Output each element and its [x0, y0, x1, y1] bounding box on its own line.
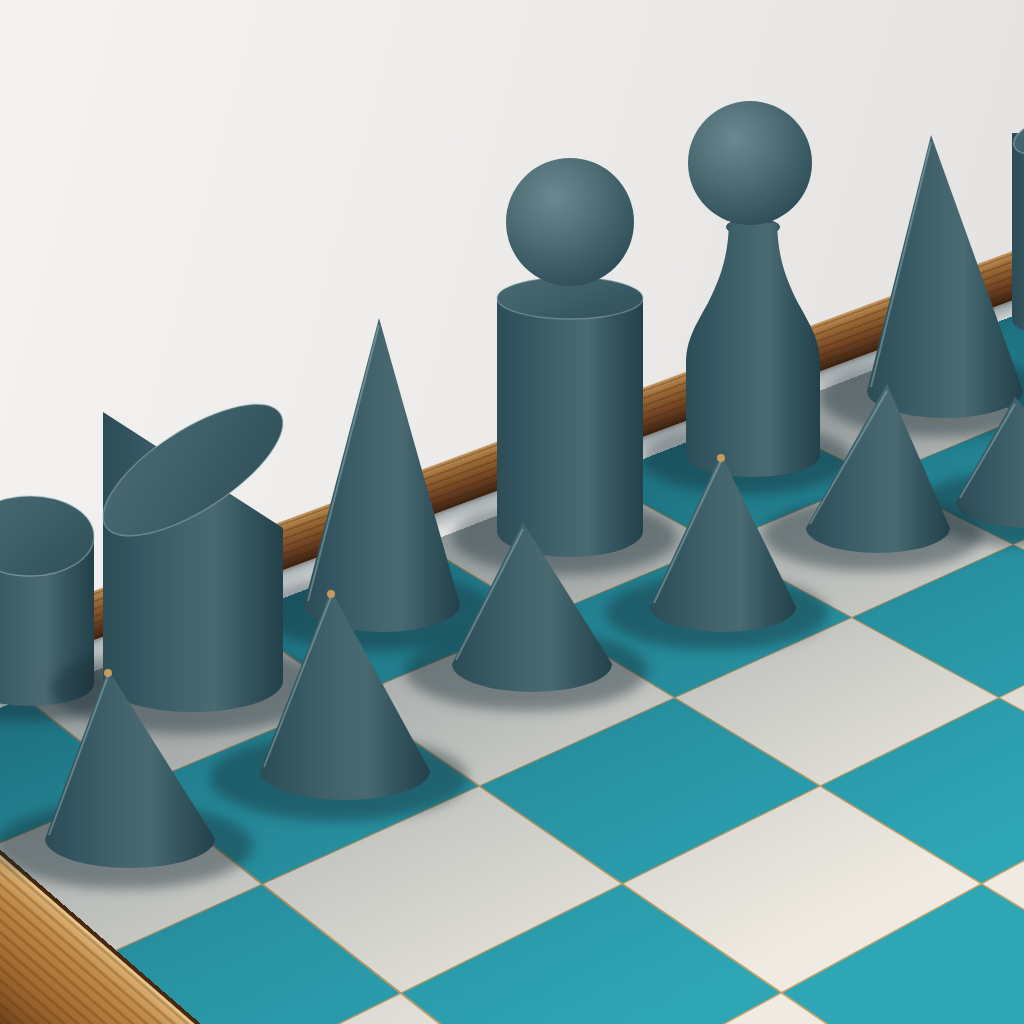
piece-black-bishop[interactable]: ♝: [303, 316, 461, 632]
piece-black-knight[interactable]: ♞: [102, 389, 284, 712]
piece-black-pawn[interactable]: ♟: [44, 667, 216, 868]
piece-black-king[interactable]: ♚: [683, 101, 823, 477]
piece-black-pawn[interactable]: ♟: [805, 382, 951, 553]
piece-black-pawn[interactable]: ♟: [259, 588, 431, 800]
piece-black-bishop[interactable]: ♝: [866, 133, 1024, 418]
piece-black-pawn[interactable]: ♟: [451, 520, 613, 692]
scene: ♞ ♝ ♚ ♟ ♟ ♛ ♟ ♝: [0, 0, 1024, 1024]
piece-black-pawn[interactable]: ♟: [649, 452, 797, 632]
piece-black-pawn[interactable]: ♟: [955, 395, 1024, 528]
piece-black-queen[interactable]: ♛: [495, 158, 645, 557]
